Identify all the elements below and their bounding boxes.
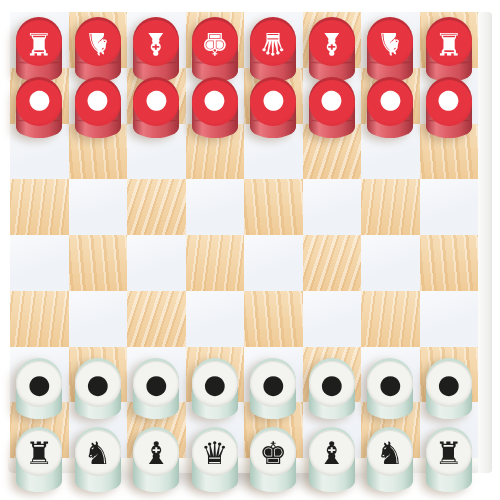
piece-top-face: ● — [309, 80, 355, 126]
piece-white-queen-d1[interactable]: ♛ — [192, 430, 238, 500]
rook-icon: ♜ — [435, 28, 463, 59]
pawn-icon: ● — [320, 90, 343, 116]
chess-board: ♜♞♝♚♛♝♞♜●●●●●●●●●●●●●●●●♜♞♝♛♚♝♞♜ — [10, 12, 478, 458]
bishop-icon: ♝ — [142, 28, 170, 59]
king-icon: ♚ — [259, 438, 287, 469]
chess-set-photo: ♜♞♝♚♛♝♞♜●●●●●●●●●●●●●●●●♜♞♝♛♚♝♞♜ — [0, 0, 500, 500]
piece-red-pawn-h7[interactable]: ● — [426, 80, 472, 166]
piece-top-face: ● — [16, 361, 62, 407]
piece-top-face: ● — [75, 361, 121, 407]
rook-icon: ♜ — [435, 438, 463, 469]
piece-top-face: ● — [426, 361, 472, 407]
piece-top-face: ● — [133, 361, 179, 407]
pawn-icon: ● — [379, 90, 402, 116]
pieces-layer: ♜♞♝♚♛♝♞♜●●●●●●●●●●●●●●●●♜♞♝♛♚♝♞♜ — [10, 12, 478, 458]
piece-top-face: ● — [75, 80, 121, 126]
piece-top-face: ♞ — [75, 20, 121, 66]
pawn-icon: ● — [262, 371, 285, 397]
piece-red-pawn-d7[interactable]: ● — [192, 80, 238, 166]
pawn-icon: ● — [320, 371, 343, 397]
piece-top-face: ♜ — [16, 430, 62, 476]
piece-top-face: ● — [367, 361, 413, 407]
pawn-icon: ● — [262, 90, 285, 116]
piece-top-face: ♝ — [133, 430, 179, 476]
piece-top-face: ♞ — [75, 430, 121, 476]
pawn-icon: ● — [86, 90, 109, 116]
piece-red-pawn-c7[interactable]: ● — [133, 80, 179, 166]
piece-red-pawn-f7[interactable]: ● — [309, 80, 355, 166]
king-icon: ♚ — [201, 28, 229, 59]
board-right-edge — [478, 12, 492, 473]
knight-icon: ♞ — [84, 28, 112, 59]
piece-red-pawn-a7[interactable]: ● — [16, 80, 62, 166]
pawn-icon: ● — [437, 90, 460, 116]
pawn-icon: ● — [86, 371, 109, 397]
piece-top-face: ♛ — [250, 20, 296, 66]
piece-red-pawn-g7[interactable]: ● — [367, 80, 413, 166]
piece-top-face: ♜ — [426, 20, 472, 66]
piece-white-knight-g1[interactable]: ♞ — [367, 430, 413, 500]
pawn-icon: ● — [28, 90, 51, 116]
queen-icon: ♛ — [259, 28, 287, 59]
queen-icon: ♛ — [201, 438, 229, 469]
piece-top-face: ● — [426, 80, 472, 126]
piece-red-pawn-b7[interactable]: ● — [75, 80, 121, 166]
piece-top-face: ● — [133, 80, 179, 126]
knight-icon: ♞ — [84, 438, 112, 469]
pawn-icon: ● — [437, 371, 460, 397]
piece-white-rook-h1[interactable]: ♜ — [426, 430, 472, 500]
piece-top-face: ♜ — [16, 20, 62, 66]
piece-white-king-e1[interactable]: ♚ — [250, 430, 296, 500]
bishop-icon: ♝ — [318, 438, 346, 469]
piece-white-rook-a1[interactable]: ♜ — [16, 430, 62, 500]
pawn-icon: ● — [203, 90, 226, 116]
bishop-icon: ♝ — [318, 28, 346, 59]
pawn-icon: ● — [145, 371, 168, 397]
piece-top-face: ● — [192, 361, 238, 407]
pawn-icon: ● — [379, 371, 402, 397]
piece-top-face: ● — [250, 80, 296, 126]
piece-top-face: ♚ — [192, 20, 238, 66]
piece-top-face: ♜ — [426, 430, 472, 476]
piece-white-knight-b1[interactable]: ♞ — [75, 430, 121, 500]
piece-white-bishop-f1[interactable]: ♝ — [309, 430, 355, 500]
bishop-icon: ♝ — [142, 438, 170, 469]
knight-icon: ♞ — [376, 438, 404, 469]
piece-top-face: ● — [309, 361, 355, 407]
piece-top-face: ● — [250, 361, 296, 407]
piece-white-bishop-c1[interactable]: ♝ — [133, 430, 179, 500]
rook-icon: ♜ — [25, 28, 53, 59]
pawn-icon: ● — [203, 371, 226, 397]
piece-top-face: ♞ — [367, 430, 413, 476]
piece-top-face: ♝ — [309, 20, 355, 66]
knight-icon: ♞ — [376, 28, 404, 59]
piece-top-face: ♛ — [192, 430, 238, 476]
piece-red-pawn-e7[interactable]: ● — [250, 80, 296, 166]
pawn-icon: ● — [145, 90, 168, 116]
rook-icon: ♜ — [25, 438, 53, 469]
piece-top-face: ♝ — [133, 20, 179, 66]
piece-top-face: ● — [367, 80, 413, 126]
piece-top-face: ♚ — [250, 430, 296, 476]
pawn-icon: ● — [28, 371, 51, 397]
piece-top-face: ♞ — [367, 20, 413, 66]
piece-top-face: ● — [192, 80, 238, 126]
piece-top-face: ● — [16, 80, 62, 126]
piece-top-face: ♝ — [309, 430, 355, 476]
